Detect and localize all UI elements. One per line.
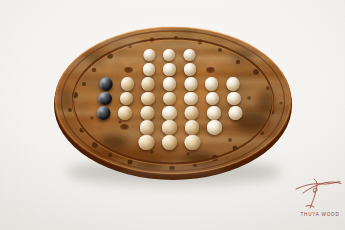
cell-r4c7[interactable]: ○ bbox=[223, 91, 245, 105]
cell-r2c6[interactable] bbox=[202, 62, 224, 76]
cell-r4c2[interactable]: ○ bbox=[116, 91, 138, 105]
white-marble[interactable]: ○ bbox=[205, 77, 218, 90]
empty-hole[interactable] bbox=[206, 67, 215, 73]
tan-marble[interactable]: ○ bbox=[142, 77, 155, 90]
cell-r2c1 bbox=[94, 62, 116, 76]
white-marble[interactable]: ○ bbox=[143, 63, 156, 76]
cell-r2c4[interactable]: ○ bbox=[159, 62, 181, 76]
cell-r4c3[interactable]: ○ bbox=[137, 91, 159, 105]
cell-r4c1[interactable]: ● bbox=[94, 91, 116, 105]
cell-r6c1 bbox=[94, 120, 116, 135]
cell-r4c4[interactable]: ○ bbox=[159, 91, 181, 105]
cell-r1c4[interactable]: ○ bbox=[159, 48, 181, 62]
tan-marble[interactable]: ○ bbox=[121, 77, 134, 90]
solitaire-grid: ○○○○○○●○○○○○○●○○○○○○●○○○○○○○○○○○○○ bbox=[94, 48, 245, 150]
cell-r6c6[interactable]: ○ bbox=[202, 120, 224, 135]
white-marble[interactable]: ○ bbox=[163, 49, 175, 61]
cell-r2c3[interactable]: ○ bbox=[137, 62, 159, 76]
white-marble[interactable]: ○ bbox=[226, 77, 239, 90]
cell-r5c7[interactable]: ○ bbox=[223, 106, 245, 120]
cell-r5c4[interactable]: ○ bbox=[159, 106, 181, 120]
cell-r3c3[interactable]: ○ bbox=[137, 77, 159, 91]
cell-r6c2[interactable] bbox=[116, 120, 138, 135]
cell-r7c7 bbox=[223, 135, 245, 150]
white-marble[interactable]: ○ bbox=[227, 92, 241, 106]
white-marble[interactable]: ○ bbox=[143, 49, 155, 61]
cell-r3c4[interactable]: ○ bbox=[159, 77, 181, 91]
white-marble[interactable]: ○ bbox=[184, 92, 198, 106]
tan-marble[interactable]: ○ bbox=[162, 120, 177, 135]
cell-r7c1 bbox=[94, 135, 116, 150]
cell-r3c2[interactable]: ○ bbox=[116, 77, 138, 91]
cell-r2c5[interactable]: ○ bbox=[180, 62, 202, 76]
black-marble[interactable]: ● bbox=[96, 106, 110, 120]
tan-marble[interactable]: ○ bbox=[140, 106, 154, 120]
cell-r6c4[interactable]: ○ bbox=[159, 120, 181, 135]
cell-r4c5[interactable]: ○ bbox=[180, 91, 202, 105]
cell-r7c2 bbox=[116, 135, 138, 150]
black-marble[interactable]: ● bbox=[98, 92, 112, 106]
white-marble[interactable]: ○ bbox=[206, 92, 220, 106]
empty-hole[interactable] bbox=[124, 67, 133, 73]
cell-r1c6 bbox=[202, 48, 224, 62]
cell-r7c3[interactable]: ○ bbox=[137, 135, 159, 150]
cell-r1c2 bbox=[116, 48, 138, 62]
cell-r3c5[interactable]: ○ bbox=[180, 77, 202, 91]
cell-r3c1[interactable]: ● bbox=[94, 77, 116, 91]
tan-marble[interactable]: ○ bbox=[184, 106, 198, 120]
cell-r2c2[interactable] bbox=[116, 62, 138, 76]
white-marble[interactable]: ○ bbox=[207, 106, 221, 120]
tan-marble[interactable]: ○ bbox=[139, 135, 154, 150]
cell-r7c4[interactable]: ○ bbox=[159, 135, 181, 150]
cell-r4c6[interactable]: ○ bbox=[202, 91, 224, 105]
white-marble[interactable]: ○ bbox=[162, 106, 176, 120]
cell-r1c5[interactable]: ○ bbox=[180, 48, 202, 62]
product-photo-scene: THUYA WOOD ○○○○○○●○○○○○○●○○○○○○●○○○○○○○○… bbox=[0, 0, 345, 230]
cell-r5c6[interactable]: ○ bbox=[202, 106, 224, 120]
white-marble[interactable]: ○ bbox=[229, 106, 243, 120]
cell-r7c5[interactable]: ○ bbox=[180, 135, 202, 150]
cell-r5c2[interactable]: ○ bbox=[116, 106, 138, 120]
white-marble[interactable]: ○ bbox=[184, 63, 197, 76]
cell-r7c6 bbox=[202, 135, 224, 150]
cell-r5c1[interactable]: ● bbox=[94, 106, 116, 120]
tan-marble[interactable]: ○ bbox=[141, 92, 155, 106]
tan-marble[interactable]: ○ bbox=[185, 120, 200, 135]
white-marble[interactable]: ○ bbox=[207, 120, 222, 135]
cell-r2c7 bbox=[223, 62, 245, 76]
tan-marble[interactable]: ○ bbox=[118, 106, 132, 120]
tan-marble[interactable]: ○ bbox=[163, 92, 177, 106]
thuya-wood-logo: THUYA WOOD bbox=[296, 179, 341, 217]
cell-r5c3[interactable]: ○ bbox=[137, 106, 159, 120]
white-marble[interactable]: ○ bbox=[184, 77, 197, 90]
cell-r1c3[interactable]: ○ bbox=[137, 48, 159, 62]
white-marble[interactable]: ○ bbox=[163, 77, 176, 90]
cell-r3c7[interactable]: ○ bbox=[223, 77, 245, 91]
cell-r6c3[interactable]: ○ bbox=[137, 120, 159, 135]
white-marble[interactable]: ○ bbox=[184, 49, 196, 61]
tan-marble[interactable]: ○ bbox=[120, 92, 134, 106]
white-marble[interactable]: ○ bbox=[163, 63, 176, 76]
cell-r1c7 bbox=[223, 48, 245, 62]
tan-marble[interactable]: ○ bbox=[162, 135, 177, 150]
black-marble[interactable]: ● bbox=[100, 77, 113, 90]
empty-hole[interactable] bbox=[120, 124, 129, 130]
tree-sketch-icon bbox=[296, 179, 341, 208]
cell-r5c5[interactable]: ○ bbox=[180, 106, 202, 120]
tan-marble[interactable]: ○ bbox=[140, 120, 155, 135]
cell-r6c7 bbox=[223, 120, 245, 135]
cell-r1c1 bbox=[94, 48, 116, 62]
tan-marble[interactable]: ○ bbox=[185, 135, 200, 150]
thuya-wood-logo-text: THUYA WOOD bbox=[300, 212, 339, 217]
cell-r6c5[interactable]: ○ bbox=[180, 120, 202, 135]
cell-r3c6[interactable]: ○ bbox=[202, 77, 224, 91]
